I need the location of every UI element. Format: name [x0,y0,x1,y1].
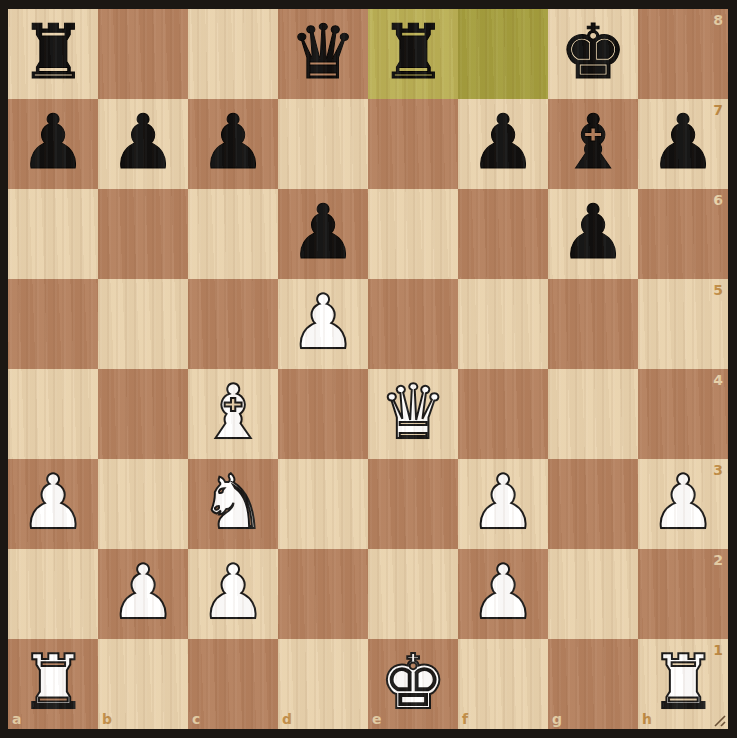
board-frame: ♜♛♜♚8♟♟♟♟♝♟7♟♟6♟5♝♛4♟♞♟♟3♟♟♟2♜abcd♚efg♜1… [0,0,737,738]
square-b2[interactable]: ♟ [98,549,188,639]
square-b6[interactable] [98,189,188,279]
square-c4[interactable]: ♝ [188,369,278,459]
square-c5[interactable] [188,279,278,369]
square-d7[interactable] [278,99,368,189]
square-a7[interactable]: ♟ [8,99,98,189]
square-g8[interactable]: ♚ [548,9,638,99]
square-a3[interactable]: ♟ [8,459,98,549]
square-h5[interactable]: 5 [638,279,728,369]
rank-label-6: 6 [713,193,723,207]
square-e1[interactable]: ♚e [368,639,458,729]
square-e8[interactable]: ♜ [368,9,458,99]
black-pawn[interactable]: ♟ [559,195,626,270]
white-pawn[interactable]: ♟ [289,285,356,360]
file-label-b: b [102,712,112,726]
square-h7[interactable]: ♟7 [638,99,728,189]
square-h8[interactable]: 8 [638,9,728,99]
square-b7[interactable]: ♟ [98,99,188,189]
square-d6[interactable]: ♟ [278,189,368,279]
white-pawn[interactable]: ♟ [649,465,716,540]
square-c2[interactable]: ♟ [188,549,278,639]
square-f8[interactable] [458,9,548,99]
black-pawn[interactable]: ♟ [19,105,86,180]
square-d1[interactable]: d [278,639,368,729]
square-h4[interactable]: 4 [638,369,728,459]
white-pawn[interactable]: ♟ [109,555,176,630]
square-b1[interactable]: b [98,639,188,729]
square-a4[interactable] [8,369,98,459]
square-a6[interactable] [8,189,98,279]
black-king[interactable]: ♚ [559,15,626,90]
rank-label-8: 8 [713,13,723,27]
square-g1[interactable]: g [548,639,638,729]
square-g7[interactable]: ♝ [548,99,638,189]
white-pawn[interactable]: ♟ [199,555,266,630]
black-pawn[interactable]: ♟ [289,195,356,270]
square-h2[interactable]: 2 [638,549,728,639]
square-c1[interactable]: c [188,639,278,729]
rank-label-5: 5 [713,283,723,297]
square-a5[interactable] [8,279,98,369]
square-d3[interactable] [278,459,368,549]
black-queen[interactable]: ♛ [289,15,356,90]
white-queen[interactable]: ♛ [379,375,446,450]
square-e3[interactable] [368,459,458,549]
white-bishop[interactable]: ♝ [199,375,266,450]
black-pawn[interactable]: ♟ [649,105,716,180]
square-b4[interactable] [98,369,188,459]
chessboard: ♜♛♜♚8♟♟♟♟♝♟7♟♟6♟5♝♛4♟♞♟♟3♟♟♟2♜abcd♚efg♜1… [8,9,728,729]
square-f5[interactable] [458,279,548,369]
square-b5[interactable] [98,279,188,369]
square-f2[interactable]: ♟ [458,549,548,639]
square-e7[interactable] [368,99,458,189]
square-a2[interactable] [8,549,98,639]
board-resize-icon[interactable] [711,712,727,728]
white-king[interactable]: ♚ [379,645,446,720]
square-g3[interactable] [548,459,638,549]
file-label-c: c [192,712,200,726]
black-pawn[interactable]: ♟ [109,105,176,180]
square-b3[interactable] [98,459,188,549]
file-label-d: d [282,712,292,726]
square-e6[interactable] [368,189,458,279]
square-d4[interactable] [278,369,368,459]
square-c7[interactable]: ♟ [188,99,278,189]
black-rook[interactable]: ♜ [379,15,446,90]
square-e4[interactable]: ♛ [368,369,458,459]
square-d2[interactable] [278,549,368,639]
square-f7[interactable]: ♟ [458,99,548,189]
white-pawn[interactable]: ♟ [469,555,536,630]
square-f3[interactable]: ♟ [458,459,548,549]
square-a1[interactable]: ♜a [8,639,98,729]
square-g5[interactable] [548,279,638,369]
rank-label-4: 4 [713,373,723,387]
square-c3[interactable]: ♞ [188,459,278,549]
black-rook[interactable]: ♜ [19,15,86,90]
black-pawn[interactable]: ♟ [199,105,266,180]
square-h6[interactable]: 6 [638,189,728,279]
square-e5[interactable] [368,279,458,369]
square-f6[interactable] [458,189,548,279]
square-h3[interactable]: ♟3 [638,459,728,549]
file-label-f: f [462,712,468,726]
square-f1[interactable]: f [458,639,548,729]
white-rook[interactable]: ♜ [19,645,86,720]
square-f4[interactable] [458,369,548,459]
square-g4[interactable] [548,369,638,459]
white-knight[interactable]: ♞ [199,465,266,540]
white-pawn[interactable]: ♟ [19,465,86,540]
rank-label-2: 2 [713,553,723,567]
square-e2[interactable] [368,549,458,639]
file-label-g: g [552,712,562,726]
white-rook[interactable]: ♜ [649,645,716,720]
square-d5[interactable]: ♟ [278,279,368,369]
black-bishop[interactable]: ♝ [559,105,626,180]
black-pawn[interactable]: ♟ [469,105,536,180]
square-g6[interactable]: ♟ [548,189,638,279]
square-g2[interactable] [548,549,638,639]
square-c8[interactable] [188,9,278,99]
white-pawn[interactable]: ♟ [469,465,536,540]
square-b8[interactable] [98,9,188,99]
square-a8[interactable]: ♜ [8,9,98,99]
square-c6[interactable] [188,189,278,279]
square-d8[interactable]: ♛ [278,9,368,99]
